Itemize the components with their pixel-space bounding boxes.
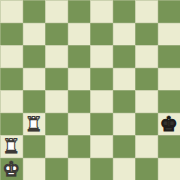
square-d2[interactable]	[68, 135, 91, 158]
square-a6[interactable]	[0, 45, 23, 68]
square-a3[interactable]	[0, 113, 23, 136]
square-b1[interactable]	[23, 158, 46, 181]
square-b3[interactable]: ♜	[23, 113, 46, 136]
square-h7[interactable]	[158, 23, 181, 46]
square-e1[interactable]	[90, 158, 113, 181]
square-f8[interactable]	[113, 0, 136, 23]
square-e7[interactable]	[90, 23, 113, 46]
square-a2[interactable]: ♜	[0, 135, 23, 158]
square-c6[interactable]	[45, 45, 68, 68]
square-a5[interactable]	[0, 68, 23, 91]
square-f4[interactable]	[113, 90, 136, 113]
square-b8[interactable]	[23, 0, 46, 23]
square-d6[interactable]	[68, 45, 91, 68]
square-c2[interactable]	[45, 135, 68, 158]
square-g8[interactable]	[135, 0, 158, 23]
square-g3[interactable]	[135, 113, 158, 136]
white-rook-a2[interactable]: ♜	[2, 136, 20, 156]
square-g5[interactable]	[135, 68, 158, 91]
square-c1[interactable]	[45, 158, 68, 181]
square-a1[interactable]: ♚	[0, 158, 23, 181]
square-f1[interactable]	[113, 158, 136, 181]
square-e8[interactable]	[90, 0, 113, 23]
square-d4[interactable]	[68, 90, 91, 113]
square-g1[interactable]	[135, 158, 158, 181]
square-c4[interactable]	[45, 90, 68, 113]
square-h3[interactable]: ♚	[158, 113, 181, 136]
square-d3[interactable]	[68, 113, 91, 136]
square-a4[interactable]	[0, 90, 23, 113]
square-e6[interactable]	[90, 45, 113, 68]
square-a8[interactable]	[0, 0, 23, 23]
square-c5[interactable]	[45, 68, 68, 91]
square-c3[interactable]	[45, 113, 68, 136]
square-b2[interactable]	[23, 135, 46, 158]
white-rook-b3[interactable]: ♜	[25, 113, 43, 133]
square-d7[interactable]	[68, 23, 91, 46]
square-g2[interactable]	[135, 135, 158, 158]
square-h4[interactable]	[158, 90, 181, 113]
square-b6[interactable]	[23, 45, 46, 68]
square-g4[interactable]	[135, 90, 158, 113]
square-h8[interactable]	[158, 0, 181, 23]
square-f6[interactable]	[113, 45, 136, 68]
square-g6[interactable]	[135, 45, 158, 68]
square-e2[interactable]	[90, 135, 113, 158]
square-a7[interactable]	[0, 23, 23, 46]
square-h2[interactable]	[158, 135, 181, 158]
square-h6[interactable]	[158, 45, 181, 68]
square-b5[interactable]	[23, 68, 46, 91]
square-d1[interactable]	[68, 158, 91, 181]
square-f5[interactable]	[113, 68, 136, 91]
square-e5[interactable]	[90, 68, 113, 91]
square-b4[interactable]	[23, 90, 46, 113]
square-c8[interactable]	[45, 0, 68, 23]
square-f2[interactable]	[113, 135, 136, 158]
square-b7[interactable]	[23, 23, 46, 46]
square-f7[interactable]	[113, 23, 136, 46]
square-f3[interactable]	[113, 113, 136, 136]
square-h5[interactable]	[158, 68, 181, 91]
black-king-h3[interactable]: ♚	[160, 113, 178, 133]
square-h1[interactable]	[158, 158, 181, 181]
square-d8[interactable]	[68, 0, 91, 23]
square-g7[interactable]	[135, 23, 158, 46]
square-c7[interactable]	[45, 23, 68, 46]
square-d5[interactable]	[68, 68, 91, 91]
square-e3[interactable]	[90, 113, 113, 136]
chess-board: ♜♚♜♚	[0, 0, 180, 180]
white-king-a1[interactable]: ♚	[2, 158, 20, 178]
square-e4[interactable]	[90, 90, 113, 113]
